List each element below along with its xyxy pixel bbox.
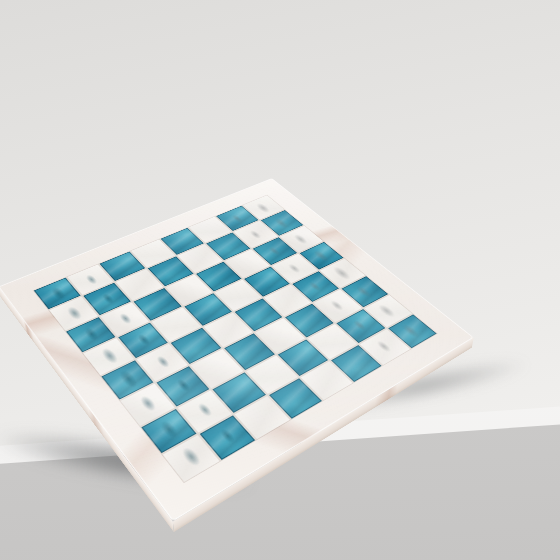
white-pawn-glyph: ♟ bbox=[361, 295, 411, 350]
scene-tilt: ♜♞♝♛♚♝♞♜♟♟♟♟♟♟♟♟♟♟♟♟♟♟♟♟♜♞♝♛♚♝♞♜ bbox=[0, 0, 560, 560]
chess-board: ♜♞♝♛♚♝♞♜♟♟♟♟♟♟♟♟♟♟♟♟♟♟♟♟♜♞♝♛♚♝♞♜ bbox=[0, 178, 474, 521]
teal-rook-glyph: ♜ bbox=[160, 388, 227, 462]
scene-3d: ♜♞♝♛♚♝♞♜♟♟♟♟♟♟♟♟♟♟♟♟♟♟♟♟♜♞♝♛♚♝♞♜ bbox=[0, 0, 560, 560]
photo-frame: ♜♞♝♛♚♝♞♜♟♟♟♟♟♟♟♟♟♟♟♟♟♟♟♟♜♞♝♛♚♝♞♜ bbox=[0, 0, 560, 560]
